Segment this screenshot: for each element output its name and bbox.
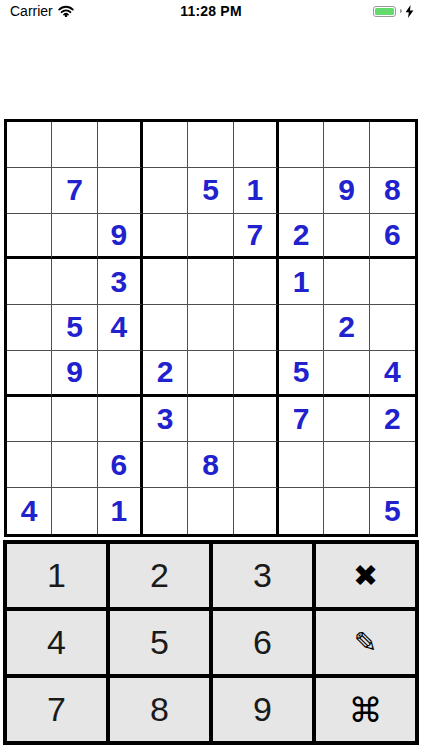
keypad-3-button[interactable]: 3 <box>211 542 314 609</box>
cell-r5c9[interactable] <box>370 305 415 351</box>
cell-r8c3[interactable]: 6 <box>98 442 143 488</box>
cell-r8c4[interactable] <box>143 442 188 488</box>
cell-r4c6[interactable] <box>234 259 279 305</box>
cell-r9c3[interactable]: 1 <box>98 488 143 534</box>
cell-r6c1[interactable] <box>7 351 52 397</box>
battery-nub <box>400 9 402 13</box>
keypad-6-button[interactable]: 6 <box>211 609 314 676</box>
cell-r5c5[interactable] <box>188 305 233 351</box>
cell-r4c3[interactable]: 3 <box>98 259 143 305</box>
charging-bolt-icon <box>405 5 414 18</box>
cell-r3c6[interactable]: 7 <box>234 214 279 260</box>
cell-r4c2[interactable] <box>52 259 97 305</box>
cell-r6c3[interactable] <box>98 351 143 397</box>
cell-r6c2[interactable]: 9 <box>52 351 97 397</box>
cell-r8c8[interactable] <box>324 442 369 488</box>
command-menu-button-command-icon[interactable]: ⌘ <box>314 676 417 743</box>
keypad-7-button[interactable]: 7 <box>5 676 108 743</box>
cell-r8c7[interactable] <box>279 442 324 488</box>
cell-r2c1[interactable] <box>7 168 52 214</box>
cell-r3c1[interactable] <box>7 214 52 260</box>
cell-r3c7[interactable]: 2 <box>279 214 324 260</box>
cell-r6c4[interactable]: 2 <box>143 351 188 397</box>
cell-r7c5[interactable] <box>188 397 233 443</box>
cell-r1c4[interactable] <box>143 122 188 168</box>
keypad-5-button[interactable]: 5 <box>108 609 211 676</box>
cell-r2c2[interactable]: 7 <box>52 168 97 214</box>
cell-r7c2[interactable] <box>52 397 97 443</box>
cell-r9c6[interactable] <box>234 488 279 534</box>
cell-r8c5[interactable]: 8 <box>188 442 233 488</box>
cell-r7c1[interactable] <box>7 397 52 443</box>
cell-r7c4[interactable]: 3 <box>143 397 188 443</box>
cell-r6c8[interactable] <box>324 351 369 397</box>
cell-r8c2[interactable] <box>52 442 97 488</box>
clock: 11:28 PM <box>126 3 296 19</box>
cell-r4c8[interactable] <box>324 259 369 305</box>
status-bar: Carrier 11:28 PM <box>0 0 422 22</box>
keypad-8-button[interactable]: 8 <box>108 676 211 743</box>
cell-r3c2[interactable] <box>52 214 97 260</box>
cell-r4c9[interactable] <box>370 259 415 305</box>
cell-r9c9[interactable]: 5 <box>370 488 415 534</box>
cell-r1c7[interactable] <box>279 122 324 168</box>
cell-r3c3[interactable]: 9 <box>98 214 143 260</box>
cell-r5c3[interactable]: 4 <box>98 305 143 351</box>
cell-r7c3[interactable] <box>98 397 143 443</box>
cell-r7c8[interactable] <box>324 397 369 443</box>
keypad: 1 2 3 ✖ 4 5 6 ✎ 7 8 9 ⌘ <box>3 540 419 745</box>
keypad-4-button[interactable]: 4 <box>5 609 108 676</box>
cell-r3c4[interactable] <box>143 214 188 260</box>
cell-r7c6[interactable] <box>234 397 279 443</box>
wifi-icon <box>58 5 74 17</box>
cell-r1c3[interactable] <box>98 122 143 168</box>
cell-r3c8[interactable] <box>324 214 369 260</box>
cell-r9c7[interactable] <box>279 488 324 534</box>
cell-r7c9[interactable]: 2 <box>370 397 415 443</box>
cell-r6c5[interactable] <box>188 351 233 397</box>
cell-r9c8[interactable] <box>324 488 369 534</box>
cell-r2c8[interactable]: 9 <box>324 168 369 214</box>
delete-button-x-icon[interactable]: ✖ <box>314 542 417 609</box>
cell-r9c5[interactable] <box>188 488 233 534</box>
cell-r2c3[interactable] <box>98 168 143 214</box>
cell-r4c4[interactable] <box>143 259 188 305</box>
pencil-mode-button-pencil-icon[interactable]: ✎ <box>314 609 417 676</box>
cell-r5c1[interactable] <box>7 305 52 351</box>
cell-r8c1[interactable] <box>7 442 52 488</box>
cell-r1c9[interactable] <box>370 122 415 168</box>
cell-r1c2[interactable] <box>52 122 97 168</box>
cell-r9c2[interactable] <box>52 488 97 534</box>
cell-r2c5[interactable]: 5 <box>188 168 233 214</box>
cell-r5c2[interactable]: 5 <box>52 305 97 351</box>
cell-r8c9[interactable] <box>370 442 415 488</box>
cell-r6c9[interactable]: 4 <box>370 351 415 397</box>
cell-r4c1[interactable] <box>7 259 52 305</box>
keypad-2-button[interactable]: 2 <box>108 542 211 609</box>
carrier-label: Carrier <box>10 3 53 19</box>
keypad-9-button[interactable]: 9 <box>211 676 314 743</box>
cell-r7c7[interactable]: 7 <box>279 397 324 443</box>
cell-r6c6[interactable] <box>234 351 279 397</box>
cell-r1c8[interactable] <box>324 122 369 168</box>
cell-r5c4[interactable] <box>143 305 188 351</box>
cell-r4c7[interactable]: 1 <box>279 259 324 305</box>
cell-r9c1[interactable]: 4 <box>7 488 52 534</box>
cell-r1c1[interactable] <box>7 122 52 168</box>
sudoku-board: 75198972631542925437268415 <box>4 119 418 537</box>
keypad-1-button[interactable]: 1 <box>5 542 108 609</box>
cell-r2c9[interactable]: 8 <box>370 168 415 214</box>
cell-r2c6[interactable]: 1 <box>234 168 279 214</box>
cell-r2c4[interactable] <box>143 168 188 214</box>
cell-r2c7[interactable] <box>279 168 324 214</box>
cell-r6c7[interactable]: 5 <box>279 351 324 397</box>
cell-r5c7[interactable] <box>279 305 324 351</box>
cell-r5c8[interactable]: 2 <box>324 305 369 351</box>
cell-r1c5[interactable] <box>188 122 233 168</box>
cell-r4c5[interactable] <box>188 259 233 305</box>
battery-icon <box>373 6 396 17</box>
cell-r1c6[interactable] <box>234 122 279 168</box>
cell-r8c6[interactable] <box>234 442 279 488</box>
sudoku-app-screen: Carrier 11:28 PM 75198972631542925437268… <box>0 0 422 750</box>
cell-r9c4[interactable] <box>143 488 188 534</box>
cell-r3c9[interactable]: 6 <box>370 214 415 260</box>
cell-r3c5[interactable] <box>188 214 233 260</box>
cell-r5c6[interactable] <box>234 305 279 351</box>
